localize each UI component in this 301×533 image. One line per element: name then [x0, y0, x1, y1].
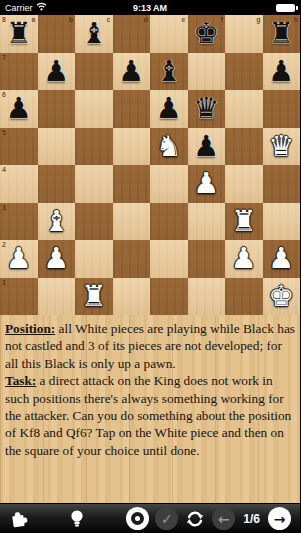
square-d8[interactable]: d [113, 15, 151, 53]
hint-bulb-icon[interactable] [69, 509, 85, 529]
square-e1[interactable] [150, 278, 188, 316]
piece-wP-h2[interactable]: ♟ [263, 240, 301, 278]
square-a5[interactable]: 5 [0, 128, 38, 166]
restart-icon[interactable] [184, 508, 206, 530]
rank-label-8: 8 [2, 16, 6, 23]
square-b7[interactable]: ♟ [38, 53, 76, 91]
square-b6[interactable] [38, 90, 76, 128]
square-h1[interactable]: ♚ [263, 278, 301, 316]
square-f1[interactable] [188, 278, 226, 316]
square-b5[interactable] [38, 128, 76, 166]
square-c7[interactable] [75, 53, 113, 91]
square-h5[interactable]: ♛ [263, 128, 301, 166]
square-e3[interactable] [150, 203, 188, 241]
piece-wK-h1[interactable]: ♚ [263, 278, 301, 316]
square-g2[interactable]: ♟ [225, 240, 263, 278]
square-f7[interactable] [188, 53, 226, 91]
rank-label-6: 6 [2, 91, 6, 98]
file-label-e: e [182, 16, 186, 23]
record-target-icon[interactable] [126, 507, 149, 530]
square-f4[interactable]: ♟ [188, 165, 226, 203]
rank-label-5: 5 [2, 129, 6, 136]
square-g7[interactable] [225, 53, 263, 91]
square-c8[interactable]: c♝ [75, 15, 113, 53]
piece-wN-e5[interactable]: ♞ [150, 128, 188, 166]
position-label: Position: [5, 321, 55, 336]
square-h3[interactable] [263, 203, 301, 241]
square-d2[interactable] [113, 240, 151, 278]
piece-bB-e7[interactable]: ♝ [150, 53, 188, 91]
previous-arrow-icon[interactable]: ← [212, 507, 235, 530]
next-arrow-icon[interactable]: → [268, 507, 291, 530]
square-e6[interactable]: ♟ [150, 90, 188, 128]
piece-bP-e6[interactable]: ♟ [150, 90, 188, 128]
clock-time: 9:13 AM [0, 3, 300, 13]
square-a3[interactable]: 3 [0, 203, 38, 241]
square-g6[interactable] [225, 90, 263, 128]
file-label-b: b [69, 16, 73, 23]
square-e2[interactable] [150, 240, 188, 278]
square-f8[interactable]: f♚ [188, 15, 226, 53]
piece-wP-g2[interactable]: ♟ [225, 240, 263, 278]
piece-wB-b3[interactable]: ♝ [38, 203, 76, 241]
chess-board: 8a♜bc♝def♚gh♜7♟♟♝♟6♟♟♛5♞♟♛4♟3♝♜2♟♟♟♟1♜♚ [0, 15, 300, 315]
rank-label-7: 7 [2, 54, 6, 61]
rank-label-3: 3 [2, 204, 6, 211]
square-c3[interactable] [75, 203, 113, 241]
status-bar: Carrier 9:13 AM [0, 0, 300, 15]
file-label-d: d [144, 16, 148, 23]
square-b2[interactable]: ♟ [38, 240, 76, 278]
lesson-text-panel: Position: all White pieces are playing w… [0, 315, 300, 503]
square-h7[interactable]: ♟ [263, 53, 301, 91]
square-b4[interactable] [38, 165, 76, 203]
chess-lesson-app: Carrier 9:13 AM 8a♜bc♝def♚gh♜7♟♟♝♟6♟♟♛5♞… [0, 0, 300, 533]
square-g3[interactable]: ♜ [225, 203, 263, 241]
piece-bP-f5[interactable]: ♟ [188, 128, 226, 166]
rank-label-4: 4 [2, 166, 6, 173]
puzzle-icon[interactable] [9, 508, 31, 530]
file-label-c: c [107, 16, 111, 23]
file-label-f: f [221, 16, 223, 23]
square-e4[interactable] [150, 165, 188, 203]
square-b8[interactable]: b [38, 15, 76, 53]
square-d1[interactable] [113, 278, 151, 316]
square-f3[interactable] [188, 203, 226, 241]
square-g8[interactable]: g [225, 15, 263, 53]
square-d3[interactable] [113, 203, 151, 241]
piece-wP-f4[interactable]: ♟ [188, 165, 226, 203]
square-h2[interactable]: ♟ [263, 240, 301, 278]
piece-wQ-h5[interactable]: ♛ [263, 128, 301, 166]
task-body: a direct attack on the King does not wor… [5, 373, 291, 458]
rank-label-2: 2 [2, 241, 6, 248]
square-h8[interactable]: h♜ [263, 15, 301, 53]
file-label-h: h [294, 16, 298, 23]
square-c1[interactable]: ♜ [75, 278, 113, 316]
square-e8[interactable]: e [150, 15, 188, 53]
battery-icon [276, 4, 295, 12]
square-a4[interactable]: 4 [0, 165, 38, 203]
piece-bQ-f6[interactable]: ♛ [188, 90, 226, 128]
square-b3[interactable]: ♝ [38, 203, 76, 241]
square-d4[interactable] [113, 165, 151, 203]
square-c6[interactable] [75, 90, 113, 128]
square-e5[interactable]: ♞ [150, 128, 188, 166]
page-indicator: 1/6 [241, 512, 262, 526]
piece-bP-b7[interactable]: ♟ [38, 53, 76, 91]
square-g4[interactable] [225, 165, 263, 203]
square-c5[interactable] [75, 128, 113, 166]
square-f6[interactable]: ♛ [188, 90, 226, 128]
square-d6[interactable] [113, 90, 151, 128]
square-b1[interactable] [38, 278, 76, 316]
square-c2[interactable] [75, 240, 113, 278]
square-e7[interactable]: ♝ [150, 53, 188, 91]
square-a2[interactable]: 2♟ [0, 240, 38, 278]
task-paragraph: Task: a direct attack on the King does n… [5, 372, 295, 459]
position-paragraph: Position: all White pieces are playing w… [5, 320, 295, 372]
piece-wP-b2[interactable]: ♟ [38, 240, 76, 278]
check-icon[interactable]: ✓ [155, 507, 178, 530]
square-a7[interactable]: 7 [0, 53, 38, 91]
file-label-g: g [256, 16, 260, 23]
rank-label-1: 1 [2, 279, 6, 286]
square-d5[interactable] [113, 128, 151, 166]
square-g1[interactable] [225, 278, 263, 316]
piece-bP-d7[interactable]: ♟ [113, 53, 151, 91]
task-label: Task: [5, 373, 36, 388]
square-h6[interactable] [263, 90, 301, 128]
square-g5[interactable] [225, 128, 263, 166]
square-a8[interactable]: 8a♜ [0, 15, 38, 53]
file-label-a: a [32, 16, 36, 23]
square-h4[interactable] [263, 165, 301, 203]
piece-bP-h7[interactable]: ♟ [263, 53, 301, 91]
square-d7[interactable]: ♟ [113, 53, 151, 91]
square-a6[interactable]: 6♟ [0, 90, 38, 128]
bottom-toolbar: ✓ ← 1/6 → [0, 503, 300, 533]
piece-bK-f8[interactable]: ♚ [188, 15, 226, 53]
square-a1[interactable]: 1 [0, 278, 38, 316]
piece-wR-c1[interactable]: ♜ [75, 278, 113, 316]
square-f5[interactable]: ♟ [188, 128, 226, 166]
square-c4[interactable] [75, 165, 113, 203]
piece-wR-g3[interactable]: ♜ [225, 203, 263, 241]
square-f2[interactable] [188, 240, 226, 278]
